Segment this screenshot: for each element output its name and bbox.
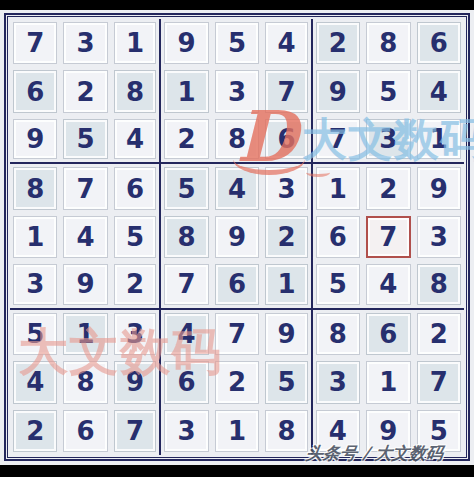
cell-r5c2[interactable]: 4 — [60, 213, 110, 261]
cell-r1c5[interactable]: 5 — [212, 19, 262, 67]
cell-r5c3[interactable]: 5 — [111, 213, 161, 261]
cell-r7c3[interactable]: 3 — [111, 310, 161, 358]
cell-value: 5 — [13, 313, 57, 355]
cell-r9c1[interactable]: 2 — [10, 407, 60, 455]
cell-value: 7 — [63, 167, 107, 209]
cell-value: 7 — [13, 22, 57, 64]
cell-value: 1 — [316, 167, 360, 209]
cell-r7c2[interactable]: 1 — [60, 310, 110, 358]
sudoku-board: 7319542866281379549542867318765431291458… — [7, 16, 467, 458]
cell-r1c6[interactable]: 4 — [262, 19, 312, 67]
cell-value: 9 — [13, 119, 57, 159]
cell-r2c5[interactable]: 3 — [212, 67, 262, 115]
cell-r4c9[interactable]: 9 — [414, 164, 464, 212]
cell-value: 2 — [164, 119, 208, 159]
cell-value: 7 — [265, 70, 307, 112]
cell-value: 2 — [63, 70, 107, 112]
cell-value: 2 — [114, 264, 156, 304]
cell-r8c3[interactable]: 9 — [111, 358, 161, 406]
cell-value: 9 — [316, 70, 360, 112]
cell-r6c8[interactable]: 4 — [363, 261, 413, 309]
cell-r2c8[interactable]: 5 — [363, 67, 413, 115]
cell-value: 8 — [316, 313, 360, 355]
cell-r3c8[interactable]: 3 — [363, 116, 413, 164]
cell-r7c6[interactable]: 9 — [262, 310, 312, 358]
letterbox-top — [0, 0, 474, 10]
cell-value: 9 — [63, 264, 107, 304]
cell-value: 1 — [63, 313, 107, 355]
cell-r1c4[interactable]: 9 — [161, 19, 211, 67]
cell-value: 7 — [366, 216, 410, 258]
cell-value: 2 — [265, 216, 307, 258]
cell-r6c6[interactable]: 1 — [262, 261, 312, 309]
cell-value: 8 — [164, 216, 208, 258]
cell-value: 6 — [265, 119, 307, 159]
cell-r5c1[interactable]: 1 — [10, 213, 60, 261]
cell-r4c4[interactable]: 5 — [161, 164, 211, 212]
cell-r9c3[interactable]: 7 — [111, 407, 161, 455]
cell-r4c6[interactable]: 3 — [262, 164, 312, 212]
cell-value: 8 — [417, 264, 461, 304]
cell-value: 7 — [417, 361, 461, 403]
cell-r2c1[interactable]: 6 — [10, 67, 60, 115]
cell-r1c1[interactable]: 7 — [10, 19, 60, 67]
cell-value: 6 — [114, 167, 156, 209]
screenshot-root: 7319542866281379549542867318765431291458… — [0, 0, 474, 477]
cell-value: 8 — [13, 167, 57, 209]
cell-value: 4 — [316, 410, 360, 452]
cell-value: 4 — [114, 119, 156, 159]
cell-value: 2 — [13, 410, 57, 452]
cell-r9c9[interactable]: 5 — [414, 407, 464, 455]
cell-value: 4 — [417, 70, 461, 112]
cell-value: 8 — [215, 119, 259, 159]
cell-value: 9 — [366, 410, 410, 452]
cell-value: 1 — [265, 264, 307, 304]
cell-value: 5 — [417, 410, 461, 452]
cell-value: 7 — [114, 410, 156, 452]
cell-r1c9[interactable]: 6 — [414, 19, 464, 67]
cell-r4c7[interactable]: 1 — [313, 164, 363, 212]
cell-r8c4[interactable]: 6 — [161, 358, 211, 406]
cell-value: 2 — [366, 167, 410, 209]
cell-r6c5[interactable]: 6 — [212, 261, 262, 309]
cell-value: 3 — [417, 216, 461, 258]
cell-value: 3 — [316, 361, 360, 403]
cell-r3c9[interactable]: 1 — [414, 116, 464, 164]
cell-r5c9[interactable]: 3 — [414, 213, 464, 261]
cell-value: 7 — [215, 313, 259, 355]
cell-value: 8 — [265, 410, 307, 452]
cell-r2c9[interactable]: 4 — [414, 67, 464, 115]
cell-value: 1 — [417, 119, 461, 159]
cell-r6c3[interactable]: 2 — [111, 261, 161, 309]
cell-r5c4[interactable]: 8 — [161, 213, 211, 261]
cell-r6c9[interactable]: 8 — [414, 261, 464, 309]
cell-value: 1 — [13, 216, 57, 258]
cell-value: 2 — [215, 361, 259, 403]
cell-r8c5[interactable]: 2 — [212, 358, 262, 406]
cell-r3c2[interactable]: 5 — [60, 116, 110, 164]
cell-value: 1 — [366, 361, 410, 403]
cell-r2c7[interactable]: 9 — [313, 67, 363, 115]
cell-r2c3[interactable]: 8 — [111, 67, 161, 115]
cell-value: 6 — [215, 264, 259, 304]
cell-value: 4 — [215, 167, 259, 209]
cell-value: 5 — [164, 167, 208, 209]
cell-value: 6 — [13, 70, 57, 112]
cell-r1c8[interactable]: 8 — [363, 19, 413, 67]
cell-r6c2[interactable]: 9 — [60, 261, 110, 309]
cell-value: 3 — [63, 22, 107, 64]
cell-r6c1[interactable]: 3 — [10, 261, 60, 309]
cell-value: 5 — [215, 22, 259, 64]
cell-r6c4[interactable]: 7 — [161, 261, 211, 309]
cell-value: 8 — [114, 70, 156, 112]
cell-r2c2[interactable]: 2 — [60, 67, 110, 115]
cell-r3c7[interactable]: 7 — [313, 116, 363, 164]
cell-r1c3[interactable]: 1 — [111, 19, 161, 67]
cell-value: 7 — [316, 119, 360, 159]
cell-value: 6 — [316, 216, 360, 258]
cell-r8c8[interactable]: 1 — [363, 358, 413, 406]
cell-r8c6[interactable]: 5 — [262, 358, 312, 406]
cell-value: 9 — [417, 167, 461, 209]
cell-r4c5[interactable]: 4 — [212, 164, 262, 212]
cell-value: 8 — [366, 22, 410, 64]
cell-r8c2[interactable]: 8 — [60, 358, 110, 406]
cell-value: 6 — [366, 313, 410, 355]
cell-r7c8[interactable]: 6 — [363, 310, 413, 358]
cell-value: 8 — [63, 361, 107, 403]
cell-value: 7 — [164, 264, 208, 304]
letterbox-bottom — [0, 465, 474, 477]
cell-r9c7[interactable]: 4 — [313, 407, 363, 455]
sudoku-board-frame: 7319542866281379549542867318765431291458… — [4, 13, 470, 461]
cell-r8c1[interactable]: 4 — [10, 358, 60, 406]
cell-r6c7[interactable]: 5 — [313, 261, 363, 309]
cell-value: 9 — [215, 216, 259, 258]
cell-value: 9 — [114, 361, 156, 403]
cell-value: 1 — [114, 22, 156, 64]
cell-value: 9 — [164, 22, 208, 64]
cell-r7c5[interactable]: 7 — [212, 310, 262, 358]
cell-r8c9[interactable]: 7 — [414, 358, 464, 406]
cell-r4c1[interactable]: 8 — [10, 164, 60, 212]
cell-r7c1[interactable]: 5 — [10, 310, 60, 358]
cell-value: 3 — [215, 70, 259, 112]
cell-r2c6[interactable]: 7 — [262, 67, 312, 115]
cell-value: 1 — [215, 410, 259, 452]
cell-r7c9[interactable]: 2 — [414, 310, 464, 358]
cell-r4c3[interactable]: 6 — [111, 164, 161, 212]
cell-value: 2 — [417, 313, 461, 355]
cell-r9c2[interactable]: 6 — [60, 407, 110, 455]
board-area: 7319542866281379549542867318765431291458… — [0, 10, 474, 465]
cell-value: 4 — [63, 216, 107, 258]
cell-value: 3 — [164, 410, 208, 452]
cell-value: 5 — [63, 119, 107, 159]
cell-value: 3 — [114, 313, 156, 355]
cell-value: 3 — [13, 264, 57, 304]
cell-value: 5 — [114, 216, 156, 258]
cell-value: 3 — [265, 167, 307, 209]
cell-r9c4[interactable]: 3 — [161, 407, 211, 455]
cell-value: 4 — [265, 22, 307, 64]
cell-r9c8[interactable]: 9 — [363, 407, 413, 455]
cell-r2c4[interactable]: 1 — [161, 67, 211, 115]
cell-value: 5 — [265, 361, 307, 403]
cell-r3c1[interactable]: 9 — [10, 116, 60, 164]
cell-r7c7[interactable]: 8 — [313, 310, 363, 358]
cell-value: 4 — [13, 361, 57, 403]
cell-r8c7[interactable]: 3 — [313, 358, 363, 406]
cell-r3c6[interactable]: 6 — [262, 116, 312, 164]
cell-value: 9 — [265, 313, 307, 355]
cell-r4c8[interactable]: 2 — [363, 164, 413, 212]
cell-r5c5[interactable]: 9 — [212, 213, 262, 261]
cell-value: 4 — [164, 313, 208, 355]
cell-r3c3[interactable]: 4 — [111, 116, 161, 164]
cell-r4c2[interactable]: 7 — [60, 164, 110, 212]
cell-r5c8[interactable]: 7 — [363, 213, 413, 261]
cell-value: 6 — [164, 361, 208, 403]
cell-value: 1 — [164, 70, 208, 112]
cell-value: 4 — [366, 264, 410, 304]
cell-value: 3 — [366, 119, 410, 159]
cell-value: 2 — [316, 22, 360, 64]
cell-r1c2[interactable]: 3 — [60, 19, 110, 67]
cell-r5c7[interactable]: 6 — [313, 213, 363, 261]
cell-r9c5[interactable]: 1 — [212, 407, 262, 455]
cell-r5c6[interactable]: 2 — [262, 213, 312, 261]
cell-r3c5[interactable]: 8 — [212, 116, 262, 164]
cell-r9c6[interactable]: 8 — [262, 407, 312, 455]
cell-r7c4[interactable]: 4 — [161, 310, 211, 358]
cell-value: 6 — [63, 410, 107, 452]
cell-value: 5 — [366, 70, 410, 112]
cell-value: 5 — [316, 264, 360, 304]
cell-r1c7[interactable]: 2 — [313, 19, 363, 67]
cell-value: 6 — [417, 22, 461, 64]
cell-r3c4[interactable]: 2 — [161, 116, 211, 164]
